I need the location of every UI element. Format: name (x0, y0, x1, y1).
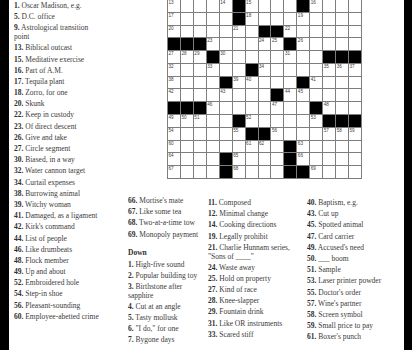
cell-number: 62 (259, 141, 264, 146)
grid-cell[interactable] (284, 77, 296, 89)
grid-cell-black (233, 13, 245, 25)
grid-cell[interactable] (336, 141, 348, 153)
grid-cell[interactable] (181, 13, 193, 25)
grid-cell[interactable] (259, 115, 271, 127)
clue-number: 24. (208, 263, 217, 272)
clue-number: 60. (14, 312, 23, 321)
grid-cell[interactable] (181, 26, 193, 38)
grid-cell[interactable]: 45 (297, 89, 309, 101)
clue-number: 38. (14, 189, 23, 198)
grid-cell[interactable] (207, 166, 219, 178)
clue-item: 61. Boxer's punch (307, 333, 402, 342)
clue-text: Two-at-a-time tow (137, 218, 195, 227)
grid-cell[interactable]: 37 (349, 64, 361, 76)
grid-cell[interactable] (259, 51, 271, 63)
grid-cell[interactable] (336, 89, 348, 101)
cell-number: 20 (169, 26, 174, 31)
cell-number: 28 (181, 51, 186, 56)
grid-cell[interactable] (271, 166, 283, 178)
cell-number: 60 (169, 141, 174, 146)
grid-cell[interactable] (310, 128, 322, 140)
grid-cell[interactable]: 32 (168, 64, 180, 76)
grid-cell[interactable] (284, 102, 296, 114)
grid-cell[interactable]: 39 (233, 77, 245, 89)
clue-text: ___ boom (316, 254, 348, 263)
grid-cell[interactable]: 14 (220, 0, 232, 12)
grid-cell[interactable] (259, 166, 271, 178)
grid-cell[interactable] (246, 26, 258, 38)
grid-cell[interactable] (220, 13, 232, 25)
grid-cell[interactable] (323, 0, 335, 12)
cell-number: 39 (233, 77, 238, 82)
grid-cell[interactable] (233, 64, 245, 76)
grid-cell-black (284, 38, 296, 50)
grid-cell-black (349, 51, 361, 63)
grid-cell[interactable] (336, 153, 348, 165)
grid-cell[interactable] (194, 128, 206, 140)
grid-cell[interactable] (284, 13, 296, 25)
cell-number: 61 (246, 141, 251, 146)
grid-cell[interactable] (207, 77, 219, 89)
grid-cell[interactable]: 41 (310, 77, 322, 89)
grid-cell[interactable] (181, 128, 193, 140)
grid-cell[interactable]: 48 (323, 102, 335, 114)
grid-cell[interactable]: 62 (259, 141, 271, 153)
grid-cell[interactable]: 42 (168, 89, 180, 101)
grid-cell[interactable] (336, 0, 348, 12)
grid-cell[interactable]: 65 (233, 153, 245, 165)
grid-cell[interactable] (284, 128, 296, 140)
clue-text: Laser printer powder (316, 276, 381, 285)
cell-number: 21 (233, 26, 238, 31)
grid-cell[interactable] (271, 77, 283, 89)
grid-cell[interactable] (194, 77, 206, 89)
grid-cell[interactable] (194, 153, 206, 165)
grid-cell[interactable]: 29 (194, 51, 206, 63)
grid-cell[interactable]: 26 (297, 38, 309, 50)
grid-cell[interactable] (259, 0, 271, 12)
clue-text: Employee-abetted crime (23, 312, 98, 321)
cell-number: 59 (350, 128, 355, 133)
grid-cell-black (220, 166, 232, 178)
clue-item: 60. Employee-abetted crime (14, 313, 102, 322)
grid-cell[interactable]: 58 (336, 128, 348, 140)
clue-number: 59. (307, 321, 316, 330)
grid-cell[interactable] (207, 0, 219, 12)
clue-text: Small price to pay (316, 321, 373, 330)
grid-cell[interactable] (271, 115, 283, 127)
grid-cell[interactable] (284, 0, 296, 12)
clue-item: 51. Sample (307, 266, 402, 275)
clue-item: 1. Oscar Madison, e.g. (14, 2, 102, 11)
clue-text: Damaged, as a ligament (23, 211, 97, 220)
grid-cell[interactable] (310, 13, 322, 25)
grid-cell[interactable] (349, 89, 361, 101)
clue-item: 52. Embroidered hole (14, 279, 102, 288)
clue-item: 42. Kirk's command (14, 223, 102, 232)
clue-number: 13. (14, 43, 23, 52)
clue-item: 24. Waste away (208, 264, 297, 273)
grid-cell[interactable] (323, 13, 335, 25)
grid-cell[interactable] (259, 77, 271, 89)
grid-cell[interactable] (246, 89, 258, 101)
grid-cell[interactable] (310, 51, 322, 63)
cell-number: 26 (298, 38, 303, 43)
grid-cell[interactable]: 54 (168, 128, 180, 140)
grid-cell[interactable] (284, 115, 296, 127)
clue-item: 40. Baptism, e.g. (307, 199, 402, 208)
grid-cell[interactable]: 50 (181, 115, 193, 127)
grid-cell[interactable]: 23 (207, 38, 219, 50)
grid-cell[interactable]: 18 (246, 13, 258, 25)
clue-item: 30. Biased, in a way (14, 156, 102, 165)
cell-number: 34 (259, 64, 264, 69)
grid-cell[interactable] (181, 166, 193, 178)
grid-cell[interactable] (310, 89, 322, 101)
clue-text: Kind of race (217, 285, 256, 294)
grid-cell[interactable] (246, 153, 258, 165)
clue-number: 39. (14, 200, 23, 209)
grid-cell[interactable] (194, 89, 206, 101)
grid-cell-black (168, 38, 180, 50)
grid-cell[interactable] (246, 51, 258, 63)
clue-number: 28. (208, 296, 217, 305)
grid-cell[interactable] (207, 115, 219, 127)
clue-column-down-end: 40. Baptism, e.g.43. Cut up45. Spotted a… (307, 199, 402, 344)
grid-cell[interactable]: 68 (233, 166, 245, 178)
cell-number: 44 (285, 89, 290, 94)
cell-number: 68 (233, 166, 238, 171)
grid-cell[interactable]: 44 (284, 89, 296, 101)
grid-cell[interactable] (246, 166, 258, 178)
clue-number: 14. (208, 220, 217, 229)
grid-cell[interactable] (323, 38, 335, 50)
grid-cell[interactable]: 56 (271, 128, 283, 140)
grid-cell[interactable]: 30 (220, 51, 232, 63)
grid-cell-black (323, 115, 335, 127)
grid-cell[interactable] (181, 89, 193, 101)
grid-cell-black (246, 64, 258, 76)
grid-cell[interactable] (349, 38, 361, 50)
clue-number: 56. (14, 301, 23, 310)
grid-cell[interactable]: 64 (168, 153, 180, 165)
grid-cell[interactable] (297, 115, 309, 127)
grid-cell[interactable]: 36 (336, 64, 348, 76)
grid-cell[interactable]: 33 (207, 64, 219, 76)
clue-item: 2. Popular building toy (128, 272, 208, 281)
clue-item: 67. Like some tea (128, 208, 208, 217)
grid-cell[interactable]: 24 (259, 38, 271, 50)
grid-cell[interactable]: 61 (246, 141, 258, 153)
grid-cell[interactable] (310, 26, 322, 38)
clue-item: 23. Of direct descent (14, 123, 102, 132)
clue-number: 61. (307, 332, 316, 341)
grid-cell[interactable] (349, 77, 361, 89)
grid-cell[interactable] (336, 38, 348, 50)
clue-text: Hold on property (217, 274, 271, 283)
grid-cell[interactable]: 49 (168, 115, 180, 127)
clue-item: 58. Screen symbol (307, 311, 402, 320)
grid-cell[interactable]: 59 (349, 128, 361, 140)
grid-cell[interactable] (259, 102, 271, 114)
cell-number: 48 (324, 102, 329, 107)
cell-number: 45 (298, 89, 303, 94)
cell-number: 50 (181, 115, 186, 120)
down-clues-header: Down (128, 249, 208, 258)
grid-cell[interactable] (181, 77, 193, 89)
clue-text: Pleasant-sounding (23, 301, 80, 310)
grid-cell[interactable]: 60 (168, 141, 180, 153)
grid-cell[interactable] (323, 166, 335, 178)
grid-cell-black (271, 26, 283, 38)
grid-cell[interactable] (220, 102, 232, 114)
clue-number: 30. (14, 155, 23, 164)
clue-number: 26. (14, 133, 23, 142)
grid-cell[interactable]: 47 (271, 102, 283, 114)
grid-cell[interactable] (194, 166, 206, 178)
grid-cell[interactable] (336, 102, 348, 114)
grid-cell[interactable]: 55 (233, 128, 245, 140)
grid-cell[interactable] (271, 51, 283, 63)
grid-cell[interactable] (220, 128, 232, 140)
grid-cell[interactable] (297, 51, 309, 63)
clue-number: 51. (307, 265, 316, 274)
clue-number: 53. (307, 276, 316, 285)
clue-number: 31. (208, 319, 217, 328)
grid-cell[interactable]: 43 (220, 89, 232, 101)
clue-item: 48. Flock member (14, 257, 102, 266)
grid-cell[interactable] (349, 166, 361, 178)
cell-number: 33 (207, 64, 212, 69)
grid-cell[interactable]: 57 (323, 128, 335, 140)
grid-cell[interactable]: 16 (310, 0, 322, 12)
clue-number: 16. (14, 66, 23, 75)
grid-cell[interactable] (349, 26, 361, 38)
clue-number: 15. (14, 55, 23, 64)
clue-item: 50. ___ boom (307, 255, 402, 264)
clue-text: Keep in custody (23, 110, 74, 119)
grid-cell[interactable]: 28 (181, 51, 193, 63)
clue-number: 49. (307, 243, 316, 252)
grid-cell[interactable] (181, 64, 193, 76)
grid-cell[interactable] (246, 38, 258, 50)
grid-cell[interactable]: 34 (259, 64, 271, 76)
clue-text: Card carrier (316, 232, 354, 241)
grid-cell[interactable]: 17 (168, 13, 180, 25)
clue-number: 46. (14, 245, 23, 254)
grid-cell[interactable]: 46 (207, 102, 219, 114)
grid-cell[interactable]: 67 (168, 166, 180, 178)
grid-cell[interactable] (297, 64, 309, 76)
clue-text: Knee-slapper (217, 296, 259, 305)
grid-cell[interactable]: 52 (246, 115, 258, 127)
clue-text: Charlie Hunnam series, "Sons of ____" (208, 243, 290, 261)
clue-item: 47. Card carrier (307, 233, 402, 242)
grid-cell[interactable]: 63 (297, 141, 309, 153)
grid-cell[interactable] (207, 141, 219, 153)
grid-cell[interactable]: 25 (271, 38, 283, 50)
grid-cell[interactable]: 69 (310, 166, 322, 178)
grid-cell[interactable] (220, 26, 232, 38)
grid-cell[interactable] (194, 0, 206, 12)
cell-number: 47 (272, 102, 277, 107)
clue-text: Biblical outcast (23, 43, 72, 52)
clue-item: 4. Cut at an angle (128, 303, 208, 312)
grid-cell[interactable] (233, 89, 245, 101)
grid-cell[interactable] (349, 153, 361, 165)
grid-cell[interactable] (207, 26, 219, 38)
grid-cell-black (194, 102, 206, 114)
grid-cell[interactable] (271, 141, 283, 153)
grid-cell[interactable] (349, 13, 361, 25)
grid-cell[interactable] (323, 89, 335, 101)
grid-cell[interactable] (349, 102, 361, 114)
cell-number: 57 (324, 128, 329, 133)
clue-text: Spotted animal (316, 220, 363, 229)
grid-cell[interactable] (233, 38, 245, 50)
grid-cell[interactable] (271, 0, 283, 12)
crossword-grid: 1314151617181920212223242526272829303132… (167, 0, 362, 179)
clue-number: 12. (208, 209, 217, 218)
grid-cell[interactable] (207, 153, 219, 165)
grid-cell[interactable] (246, 102, 258, 114)
grid-cell[interactable] (259, 89, 271, 101)
grid-cell[interactable] (310, 38, 322, 50)
cell-number: 14 (220, 0, 225, 5)
cell-number: 54 (169, 128, 174, 133)
grid-cell[interactable] (323, 26, 335, 38)
clue-number: 22. (14, 110, 23, 119)
grid-cell[interactable] (259, 153, 271, 165)
clue-number: 32. (14, 166, 23, 175)
grid-cell[interactable] (194, 13, 206, 25)
grid-cell[interactable] (194, 141, 206, 153)
grid-cell[interactable] (207, 13, 219, 25)
cell-number: 56 (272, 128, 277, 133)
grid-cell[interactable] (349, 141, 361, 153)
grid-cell[interactable]: 51 (194, 115, 206, 127)
grid-cell[interactable] (220, 38, 232, 50)
cell-number: 25 (272, 38, 277, 43)
grid-cell[interactable] (323, 153, 335, 165)
grid-cell-black (233, 0, 245, 12)
clue-number: 43. (307, 209, 316, 218)
grid-cell[interactable] (271, 64, 283, 76)
grid-cell[interactable] (310, 141, 322, 153)
grid-cell-black (284, 153, 296, 165)
cell-number: 13 (169, 0, 174, 5)
grid-cell[interactable] (271, 13, 283, 25)
grid-cell[interactable]: 40 (246, 77, 258, 89)
grid-cell[interactable] (297, 128, 309, 140)
clue-text: Curtail expenses (23, 178, 75, 187)
cell-number: 55 (233, 128, 238, 133)
grid-cell[interactable] (194, 26, 206, 38)
grid-cell[interactable] (220, 64, 232, 76)
grid-cell[interactable] (297, 102, 309, 114)
clue-item: 13. Biblical outcast (14, 44, 102, 53)
clue-text: Monopoly payment (137, 230, 198, 239)
grid-cell-black (246, 128, 258, 140)
grid-cell[interactable] (310, 64, 322, 76)
grid-cell[interactable] (297, 26, 309, 38)
grid-cell[interactable] (233, 51, 245, 63)
cell-number: 38 (169, 77, 174, 82)
grid-cell[interactable]: 31 (284, 51, 296, 63)
clue-item: 55. Doctor's order (307, 289, 402, 298)
grid-cell[interactable] (233, 141, 245, 153)
grid-cell-black (297, 166, 309, 178)
grid-cell[interactable]: 20 (168, 26, 180, 38)
grid-cell[interactable] (310, 153, 322, 165)
grid-cell[interactable] (194, 64, 206, 76)
grid-cell[interactable] (181, 153, 193, 165)
cell-number: 35 (324, 64, 329, 69)
cell-number: 40 (246, 77, 251, 82)
clue-text: Popular building toy (134, 271, 198, 280)
clue-text: Scared stiff (217, 330, 253, 339)
clue-text: Biased, in a way (23, 155, 74, 164)
grid-cell[interactable] (207, 89, 219, 101)
grid-cell[interactable]: 38 (168, 77, 180, 89)
grid-cell[interactable]: 35 (323, 64, 335, 76)
clue-number: 25. (208, 274, 217, 283)
cell-number: 31 (285, 51, 290, 56)
grid-cell[interactable] (220, 141, 232, 153)
grid-cell[interactable]: 27 (168, 51, 180, 63)
cell-number: 65 (233, 153, 238, 158)
grid-cell[interactable] (336, 13, 348, 25)
clue-item: 41. Damaged, as a ligament (14, 212, 102, 221)
grid-cell[interactable]: 21 (233, 26, 245, 38)
clue-number: 19. (208, 232, 217, 241)
grid-cell[interactable]: 22 (284, 26, 296, 38)
grid-cell[interactable]: 66 (297, 153, 309, 165)
clue-text: Cooking directions (217, 220, 276, 229)
grid-cell[interactable] (181, 141, 193, 153)
grid-cell[interactable]: 13 (168, 0, 180, 12)
grid-cell[interactable] (181, 0, 193, 12)
grid-cell-black (168, 102, 180, 114)
cell-number: 15 (246, 0, 251, 5)
grid-cell[interactable] (349, 0, 361, 12)
grid-cell[interactable] (284, 64, 296, 76)
grid-cell[interactable] (207, 128, 219, 140)
grid-cell-black (207, 51, 219, 63)
grid-cell[interactable]: 19 (297, 13, 309, 25)
clue-number: 54. (14, 289, 23, 298)
grid-cell[interactable] (323, 77, 335, 89)
grid-cell[interactable] (336, 26, 348, 38)
clue-number: 27. (14, 144, 23, 153)
cell-number: 49 (169, 115, 174, 120)
grid-cell-black (284, 141, 296, 153)
clue-text: Baptism, e.g. (316, 198, 357, 207)
grid-cell[interactable] (271, 153, 283, 165)
clue-item: 27. Kind of race (208, 286, 297, 295)
grid-cell[interactable] (220, 115, 232, 127)
clue-item: 19. Legally prohibit (208, 233, 297, 242)
clue-text: Cut up (316, 209, 338, 218)
grid-cell[interactable] (233, 102, 245, 114)
grid-cell[interactable]: 53 (310, 115, 322, 127)
grid-cell[interactable] (259, 13, 271, 25)
clue-number: 34. (14, 178, 23, 187)
grid-cell[interactable]: 15 (246, 0, 258, 12)
grid-cell[interactable] (336, 166, 348, 178)
grid-cell[interactable] (323, 141, 335, 153)
grid-cell[interactable] (336, 77, 348, 89)
